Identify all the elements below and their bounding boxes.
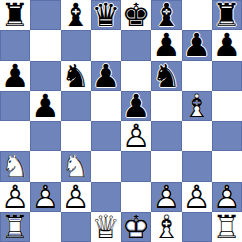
piece-fill-glyph: ♟ <box>182 30 212 60</box>
square-a7[interactable] <box>0 30 30 60</box>
square-d5[interactable] <box>91 91 121 121</box>
piece-outline-glyph: ♙ <box>121 121 151 151</box>
square-e2[interactable] <box>121 182 151 212</box>
piece-white-pawn[interactable]: ♟♙ <box>0 182 30 212</box>
piece-black-pawn[interactable]: ♟ <box>151 30 181 60</box>
piece-fill-glyph: ♝ <box>151 0 181 30</box>
piece-outline-glyph: ♙ <box>30 182 60 212</box>
piece-outline-glyph: ♘ <box>0 151 30 181</box>
piece-fill-glyph: ♟ <box>121 91 151 121</box>
piece-white-pawn[interactable]: ♟♙ <box>182 182 212 212</box>
piece-fill-glyph: ♟ <box>30 91 60 121</box>
square-a5[interactable] <box>0 91 30 121</box>
piece-black-knight[interactable]: ♞ <box>61 61 91 91</box>
square-h6[interactable] <box>212 61 242 91</box>
square-h5[interactable] <box>212 91 242 121</box>
square-c7[interactable] <box>61 30 91 60</box>
piece-outline-glyph: ♗ <box>182 91 212 121</box>
square-a8[interactable]: ♜ <box>0 0 30 30</box>
piece-outline-glyph: ♙ <box>0 182 30 212</box>
square-f4[interactable] <box>151 121 181 151</box>
piece-white-king[interactable]: ♚♔ <box>121 212 151 242</box>
square-b7[interactable] <box>30 30 60 60</box>
piece-black-pawn[interactable]: ♟ <box>30 91 60 121</box>
square-h1[interactable]: ♜♖ <box>212 212 242 242</box>
piece-white-pawn[interactable]: ♟♙ <box>151 182 181 212</box>
square-a6[interactable]: ♟ <box>0 61 30 91</box>
square-b2[interactable]: ♟♙ <box>30 182 60 212</box>
square-h4[interactable] <box>212 121 242 151</box>
piece-white-bishop[interactable]: ♝♗ <box>182 91 212 121</box>
square-c3[interactable]: ♞♘ <box>61 151 91 181</box>
square-d6[interactable]: ♟ <box>91 61 121 91</box>
square-d8[interactable]: ♛ <box>91 0 121 30</box>
piece-fill-glyph: ♟ <box>151 182 181 212</box>
piece-outline-glyph: ♙ <box>61 182 91 212</box>
piece-outline-glyph: ♔ <box>121 212 151 242</box>
chess-board: ♜♝♛♚♝♜♟♟♟♟♞♟♞♟♟♝♗♟♙♞♘♞♘♟♙♟♙♟♙♟♙♟♙♟♙♜♖♛♕♚… <box>0 0 242 242</box>
square-g8[interactable] <box>182 0 212 30</box>
piece-fill-glyph: ♝ <box>182 91 212 121</box>
piece-fill-glyph: ♚ <box>121 212 151 242</box>
square-g1[interactable] <box>182 212 212 242</box>
square-e3[interactable] <box>121 151 151 181</box>
square-c1[interactable] <box>61 212 91 242</box>
square-g5[interactable]: ♝♗ <box>182 91 212 121</box>
square-h2[interactable]: ♟♙ <box>212 182 242 212</box>
square-h7[interactable]: ♟ <box>212 30 242 60</box>
piece-outline-glyph: ♕ <box>91 212 121 242</box>
piece-outline-glyph: ♖ <box>0 212 30 242</box>
piece-black-pawn[interactable]: ♟ <box>91 61 121 91</box>
square-e5[interactable]: ♟ <box>121 91 151 121</box>
piece-outline-glyph: ♙ <box>151 182 181 212</box>
piece-outline-glyph: ♖ <box>212 212 242 242</box>
piece-white-knight[interactable]: ♞♘ <box>0 151 30 181</box>
square-a4[interactable] <box>0 121 30 151</box>
piece-white-pawn[interactable]: ♟♙ <box>61 182 91 212</box>
square-c4[interactable] <box>61 121 91 151</box>
piece-white-rook[interactable]: ♜♖ <box>0 212 30 242</box>
square-g4[interactable] <box>182 121 212 151</box>
piece-white-knight[interactable]: ♞♘ <box>61 151 91 181</box>
square-f1[interactable]: ♝♗ <box>151 212 181 242</box>
piece-fill-glyph: ♟ <box>151 30 181 60</box>
piece-fill-glyph: ♝ <box>61 0 91 30</box>
piece-fill-glyph: ♟ <box>212 30 242 60</box>
square-e4[interactable]: ♟♙ <box>121 121 151 151</box>
piece-black-pawn[interactable]: ♟ <box>121 91 151 121</box>
piece-white-bishop[interactable]: ♝♗ <box>151 212 181 242</box>
piece-fill-glyph: ♟ <box>91 61 121 91</box>
square-b5[interactable]: ♟ <box>30 91 60 121</box>
square-g2[interactable]: ♟♙ <box>182 182 212 212</box>
piece-white-queen[interactable]: ♛♕ <box>91 212 121 242</box>
square-e7[interactable] <box>121 30 151 60</box>
square-h8[interactable]: ♜ <box>212 0 242 30</box>
square-a1[interactable]: ♜♖ <box>0 212 30 242</box>
square-c8[interactable]: ♝ <box>61 0 91 30</box>
piece-fill-glyph: ♟ <box>0 182 30 212</box>
square-d1[interactable]: ♛♕ <box>91 212 121 242</box>
square-b3[interactable] <box>30 151 60 181</box>
piece-outline-glyph: ♗ <box>151 212 181 242</box>
square-f7[interactable]: ♟ <box>151 30 181 60</box>
square-g6[interactable] <box>182 61 212 91</box>
square-f6[interactable]: ♞ <box>151 61 181 91</box>
piece-outline-glyph: ♘ <box>61 151 91 181</box>
piece-fill-glyph: ♟ <box>182 182 212 212</box>
piece-black-bishop[interactable]: ♝ <box>61 0 91 30</box>
square-c5[interactable] <box>61 91 91 121</box>
piece-black-pawn[interactable]: ♟ <box>0 61 30 91</box>
piece-fill-glyph: ♜ <box>212 0 242 30</box>
piece-fill-glyph: ♛ <box>91 0 121 30</box>
square-b4[interactable] <box>30 121 60 151</box>
square-b6[interactable] <box>30 61 60 91</box>
square-e6[interactable] <box>121 61 151 91</box>
piece-black-rook[interactable]: ♜ <box>0 0 30 30</box>
piece-fill-glyph: ♜ <box>0 0 30 30</box>
square-f8[interactable]: ♝ <box>151 0 181 30</box>
piece-fill-glyph: ♟ <box>0 61 30 91</box>
square-g7[interactable]: ♟ <box>182 30 212 60</box>
piece-fill-glyph: ♞ <box>61 151 91 181</box>
square-a3[interactable]: ♞♘ <box>0 151 30 181</box>
square-c2[interactable]: ♟♙ <box>61 182 91 212</box>
square-e1[interactable]: ♚♔ <box>121 212 151 242</box>
piece-fill-glyph: ♛ <box>91 212 121 242</box>
piece-fill-glyph: ♟ <box>121 121 151 151</box>
piece-fill-glyph: ♟ <box>30 182 60 212</box>
piece-fill-glyph: ♟ <box>212 182 242 212</box>
piece-black-king[interactable]: ♚ <box>121 0 151 30</box>
square-b8[interactable] <box>30 0 60 30</box>
piece-white-pawn[interactable]: ♟♙ <box>30 182 60 212</box>
square-f3[interactable] <box>151 151 181 181</box>
piece-fill-glyph: ♞ <box>0 151 30 181</box>
square-d4[interactable] <box>91 121 121 151</box>
piece-fill-glyph: ♟ <box>61 182 91 212</box>
square-f2[interactable]: ♟♙ <box>151 182 181 212</box>
square-h3[interactable] <box>212 151 242 181</box>
square-a2[interactable]: ♟♙ <box>0 182 30 212</box>
piece-fill-glyph: ♜ <box>0 212 30 242</box>
square-d2[interactable] <box>91 182 121 212</box>
piece-white-pawn[interactable]: ♟♙ <box>212 182 242 212</box>
piece-fill-glyph: ♞ <box>151 61 181 91</box>
square-d7[interactable] <box>91 30 121 60</box>
piece-white-pawn[interactable]: ♟♙ <box>121 121 151 151</box>
piece-black-pawn[interactable]: ♟ <box>182 30 212 60</box>
piece-fill-glyph: ♚ <box>121 0 151 30</box>
piece-black-queen[interactable]: ♛ <box>91 0 121 30</box>
piece-fill-glyph: ♜ <box>212 212 242 242</box>
piece-fill-glyph: ♞ <box>61 61 91 91</box>
square-d3[interactable] <box>91 151 121 181</box>
square-g3[interactable] <box>182 151 212 181</box>
square-f5[interactable] <box>151 91 181 121</box>
piece-fill-glyph: ♝ <box>151 212 181 242</box>
piece-black-rook[interactable]: ♜ <box>212 0 242 30</box>
piece-white-rook[interactable]: ♜♖ <box>212 212 242 242</box>
piece-black-bishop[interactable]: ♝ <box>151 0 181 30</box>
piece-outline-glyph: ♙ <box>182 182 212 212</box>
square-c6[interactable]: ♞ <box>61 61 91 91</box>
piece-black-pawn[interactable]: ♟ <box>212 30 242 60</box>
piece-outline-glyph: ♙ <box>212 182 242 212</box>
square-e8[interactable]: ♚ <box>121 0 151 30</box>
square-b1[interactable] <box>30 212 60 242</box>
piece-black-knight[interactable]: ♞ <box>151 61 181 91</box>
